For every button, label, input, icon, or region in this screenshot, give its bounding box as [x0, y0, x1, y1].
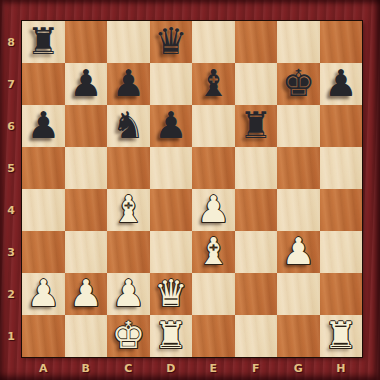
square-e6[interactable]: [192, 105, 235, 147]
black-pawn-b7[interactable]: ♟: [69, 65, 102, 102]
white-bishop-c4[interactable]: ♝: [112, 191, 145, 228]
square-f5[interactable]: [235, 147, 278, 189]
square-c6[interactable]: ♞: [107, 105, 150, 147]
rank-label-4: 4: [0, 189, 22, 231]
square-g5[interactable]: [277, 147, 320, 189]
white-king-c1[interactable]: ♚: [112, 317, 145, 354]
square-c8[interactable]: [107, 21, 150, 63]
square-e5[interactable]: [192, 147, 235, 189]
square-e3[interactable]: ♝: [192, 231, 235, 273]
white-pawn-e4[interactable]: ♟: [197, 191, 230, 228]
square-f3[interactable]: [235, 231, 278, 273]
file-label-h: H: [320, 357, 363, 380]
square-e8[interactable]: [192, 21, 235, 63]
square-h8[interactable]: [320, 21, 363, 63]
black-rook-a8[interactable]: ♜: [27, 23, 60, 60]
white-pawn-g3[interactable]: ♟: [282, 233, 315, 270]
file-label-c: C: [107, 357, 150, 380]
square-h6[interactable]: [320, 105, 363, 147]
square-g8[interactable]: [277, 21, 320, 63]
square-d4[interactable]: [150, 189, 193, 231]
square-e7[interactable]: ♝: [192, 63, 235, 105]
square-e1[interactable]: [192, 315, 235, 357]
square-b8[interactable]: [65, 21, 108, 63]
square-d3[interactable]: [150, 231, 193, 273]
black-knight-c6[interactable]: ♞: [112, 107, 145, 144]
file-label-b: B: [65, 357, 108, 380]
square-g3[interactable]: ♟: [277, 231, 320, 273]
square-c5[interactable]: [107, 147, 150, 189]
white-bishop-e3[interactable]: ♝: [197, 233, 230, 270]
square-h7[interactable]: ♟: [320, 63, 363, 105]
square-a3[interactable]: [22, 231, 65, 273]
square-g2[interactable]: [277, 273, 320, 315]
white-rook-d1[interactable]: ♜: [154, 317, 187, 354]
square-e4[interactable]: ♟: [192, 189, 235, 231]
rank-label-2: 2: [0, 273, 22, 315]
square-e2[interactable]: [192, 273, 235, 315]
square-d6[interactable]: ♟: [150, 105, 193, 147]
file-label-g: G: [277, 357, 320, 380]
square-b3[interactable]: [65, 231, 108, 273]
black-pawn-d6[interactable]: ♟: [154, 107, 187, 144]
square-b1[interactable]: [65, 315, 108, 357]
square-a1[interactable]: [22, 315, 65, 357]
square-f6[interactable]: ♜: [235, 105, 278, 147]
rank-label-6: 6: [0, 105, 22, 147]
square-b7[interactable]: ♟: [65, 63, 108, 105]
file-label-e: E: [192, 357, 235, 380]
white-rook-h1[interactable]: ♜: [324, 317, 357, 354]
white-queen-d2[interactable]: ♛: [154, 275, 187, 312]
black-bishop-e7[interactable]: ♝: [197, 65, 230, 102]
square-f2[interactable]: [235, 273, 278, 315]
rank-label-5: 5: [0, 147, 22, 189]
black-queen-d8[interactable]: ♛: [154, 23, 187, 60]
board-frame: 87654321 ♜♛♟♟♝♚♟♟♞♟♜♝♟♝♟♟♟♟♛♚♜♜ ABCDEFGH: [0, 0, 380, 380]
square-d2[interactable]: ♛: [150, 273, 193, 315]
square-a5[interactable]: [22, 147, 65, 189]
square-h3[interactable]: [320, 231, 363, 273]
rank-label-7: 7: [0, 63, 22, 105]
square-d1[interactable]: ♜: [150, 315, 193, 357]
file-label-d: D: [150, 357, 193, 380]
square-a4[interactable]: [22, 189, 65, 231]
rank-label-3: 3: [0, 231, 22, 273]
square-c1[interactable]: ♚: [107, 315, 150, 357]
square-b2[interactable]: ♟: [65, 273, 108, 315]
rank-label-1: 1: [0, 315, 22, 357]
white-pawn-a2[interactable]: ♟: [27, 275, 60, 312]
square-b5[interactable]: [65, 147, 108, 189]
square-c2[interactable]: ♟: [107, 273, 150, 315]
black-pawn-h7[interactable]: ♟: [324, 65, 357, 102]
rank-label-8: 8: [0, 21, 22, 63]
square-b4[interactable]: [65, 189, 108, 231]
black-king-g7[interactable]: ♚: [282, 65, 315, 102]
square-a7[interactable]: [22, 63, 65, 105]
square-d5[interactable]: [150, 147, 193, 189]
chess-board[interactable]: ♜♛♟♟♝♚♟♟♞♟♜♝♟♝♟♟♟♟♛♚♜♜: [22, 21, 362, 357]
square-c3[interactable]: [107, 231, 150, 273]
square-d8[interactable]: ♛: [150, 21, 193, 63]
square-d7[interactable]: [150, 63, 193, 105]
square-g6[interactable]: [277, 105, 320, 147]
white-pawn-b2[interactable]: ♟: [69, 275, 102, 312]
rank-labels: 87654321: [0, 21, 22, 357]
square-f1[interactable]: [235, 315, 278, 357]
square-h4[interactable]: [320, 189, 363, 231]
square-g7[interactable]: ♚: [277, 63, 320, 105]
file-label-f: F: [235, 357, 278, 380]
square-f8[interactable]: [235, 21, 278, 63]
square-c7[interactable]: ♟: [107, 63, 150, 105]
square-a2[interactable]: ♟: [22, 273, 65, 315]
square-h1[interactable]: ♜: [320, 315, 363, 357]
square-a6[interactable]: ♟: [22, 105, 65, 147]
square-c4[interactable]: ♝: [107, 189, 150, 231]
square-g1[interactable]: [277, 315, 320, 357]
black-pawn-c7[interactable]: ♟: [112, 65, 145, 102]
square-f7[interactable]: [235, 63, 278, 105]
square-h2[interactable]: [320, 273, 363, 315]
square-f4[interactable]: [235, 189, 278, 231]
white-pawn-c2[interactable]: ♟: [112, 275, 145, 312]
square-g4[interactable]: [277, 189, 320, 231]
file-labels: ABCDEFGH: [22, 357, 362, 380]
black-pawn-a6[interactable]: ♟: [27, 107, 60, 144]
black-rook-f6[interactable]: ♜: [239, 107, 272, 144]
square-a8[interactable]: ♜: [22, 21, 65, 63]
file-label-a: A: [22, 357, 65, 380]
square-b6[interactable]: [65, 105, 108, 147]
square-h5[interactable]: [320, 147, 363, 189]
